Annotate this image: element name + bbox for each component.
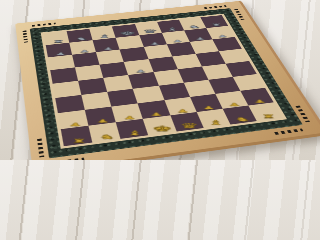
piece-silver-rook-h1[interactable]: ♜ [52,30,64,43]
piece-gold-pawn-d7[interactable]: ♟ [177,99,190,113]
piece-silver-pawn-b2[interactable]: ♟ [195,28,206,40]
piece-silver-pawn-h2[interactable]: ♟ [54,43,65,56]
chess-board: ♜♞♝♚♛♝♞♜♟♟♟♟♟♟♟♟♟♟♟♟♟♟♟♟♜♞♝♚♛♝♞♜ [15,1,320,160]
piece-gold-bishop-f8[interactable]: ♝ [126,117,143,136]
piece-silver-king-e1[interactable]: ♚ [119,17,136,36]
piece-silver-pawn-a2[interactable]: ♟ [218,26,229,38]
corner-inlay-marks [274,128,303,134]
photo-scene: ♜♞♝♚♛♝♞♜♟♟♟♟♟♟♟♟♟♟♟♟♟♟♟♟♜♞♝♚♛♝♞♜ [0,0,320,160]
piece-gold-pawn-a7[interactable]: ♟ [254,90,266,104]
board-inner-margin: ♜♞♝♚♛♝♞♜♟♟♟♟♟♟♟♟♟♟♟♟♟♟♟♟♜♞♝♚♛♝♞♜ [41,14,287,149]
piece-gold-pawn-c7[interactable]: ♟ [203,96,216,110]
piece-silver-pawn-f2[interactable]: ♟ [102,38,113,50]
corner-inlay-marks [53,158,84,160]
piece-silver-bishop-c1[interactable]: ♝ [166,16,180,32]
piece-gold-rook-a8[interactable]: ♜ [263,103,277,118]
piece-gold-pawn-h7[interactable]: ♟ [68,112,81,126]
piece-gold-pawn-f7[interactable]: ♟ [123,106,136,120]
piece-silver-pawn-e4[interactable]: ♟ [135,60,147,73]
piece-silver-pawn-g2[interactable]: ♟ [78,40,89,52]
corner-inlay-marks [37,138,44,157]
piece-gold-pawn-e7[interactable]: ♟ [150,102,163,116]
chess-board-grid: ♜♞♝♚♛♝♞♜♟♟♟♟♟♟♟♟♟♟♟♟♟♟♟♟♜♞♝♚♛♝♞♜ [44,15,283,146]
piece-silver-bishop-f1[interactable]: ♝ [97,23,111,39]
piece-silver-rook-a1[interactable]: ♜ [211,14,222,27]
piece-silver-knight-g1[interactable]: ♞ [74,26,87,41]
piece-gold-rook-h8[interactable]: ♜ [71,128,85,144]
corner-inlay-marks [23,30,28,42]
piece-silver-pawn-c2[interactable]: ♟ [172,30,183,42]
square-h8[interactable]: ♜ [61,126,93,147]
piece-gold-pawn-b7[interactable]: ♟ [229,93,241,107]
board-wooden-frame: ♜♞♝♚♛♝♞♜♟♟♟♟♟♟♟♟♟♟♟♟♟♟♟♟♜♞♝♚♛♝♞♜ [15,1,320,160]
piece-silver-pawn-d2[interactable]: ♟ [149,33,160,45]
piece-silver-queen-d1[interactable]: ♛ [142,16,158,33]
piece-gold-knight-g8[interactable]: ♞ [98,122,114,140]
piece-gold-pawn-g7[interactable]: ♟ [96,109,109,123]
board-ornate-border: ♜♞♝♚♛♝♞♜♟♟♟♟♟♟♟♟♟♟♟♟♟♟♟♟♜♞♝♚♛♝♞♜ [30,8,303,158]
